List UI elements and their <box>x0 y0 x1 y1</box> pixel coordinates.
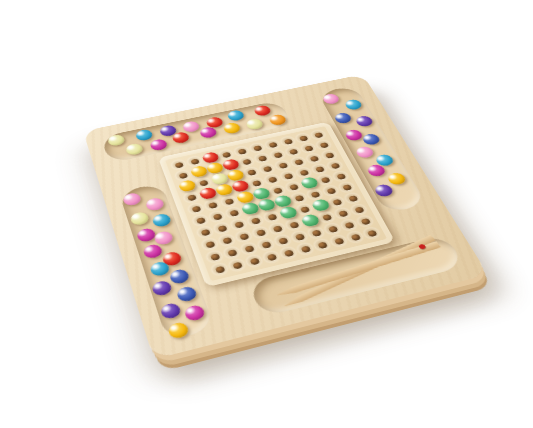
peg-hole <box>299 206 309 213</box>
peg-hole <box>232 261 243 269</box>
peg-hole <box>332 199 342 206</box>
peg-hole <box>252 145 262 151</box>
bead-pink[interactable] <box>182 120 201 133</box>
peg-hole <box>288 184 298 191</box>
bead-yellow[interactable] <box>167 321 190 340</box>
peg-hole <box>178 172 188 179</box>
bead-orange[interactable] <box>268 114 288 127</box>
peg-hole <box>319 142 329 148</box>
bead-magenta[interactable] <box>183 304 206 322</box>
peg-hole <box>207 202 217 209</box>
peg-hole <box>244 245 254 253</box>
peg-hole <box>251 180 261 187</box>
peg-hole <box>221 152 231 158</box>
peg-hole <box>277 237 288 245</box>
peg-hole <box>261 241 272 249</box>
peg-hole <box>200 229 210 236</box>
peg-hole <box>262 166 272 173</box>
peg-hole <box>304 145 314 151</box>
peg-hole <box>246 169 256 176</box>
peg-hole <box>227 249 237 257</box>
peg-hole <box>309 155 319 161</box>
peg-hole <box>283 173 293 180</box>
peg-hole <box>283 249 294 257</box>
peg-hole <box>350 233 361 241</box>
bead-cream[interactable] <box>245 118 265 131</box>
bead-pink[interactable] <box>122 192 142 207</box>
wooden-bead-board <box>83 74 488 359</box>
peg-hole <box>330 162 340 169</box>
bead-purple[interactable] <box>159 302 182 320</box>
bead-cyan[interactable] <box>344 99 364 111</box>
peg-hole <box>198 180 208 187</box>
bead-blue[interactable] <box>333 112 353 125</box>
peg-hole <box>336 173 346 180</box>
bead-pink[interactable] <box>321 93 341 105</box>
peg-hole <box>298 135 308 141</box>
product-photo-background <box>0 0 533 428</box>
peg-hole <box>239 233 249 241</box>
bead-pink[interactable] <box>153 230 174 246</box>
peg-hole <box>209 253 219 261</box>
peg-hole <box>310 191 320 198</box>
bead-magenta[interactable] <box>343 128 364 141</box>
peg-hole <box>317 241 328 249</box>
bead-blue[interactable] <box>168 268 190 285</box>
bead-yellow[interactable] <box>386 171 408 185</box>
peg-hole <box>257 155 267 161</box>
bead-magenta[interactable] <box>149 138 169 151</box>
peg-hole <box>324 152 334 158</box>
bead-red[interactable] <box>253 104 273 117</box>
peg-hole <box>294 233 305 241</box>
bead-magenta[interactable] <box>136 227 157 243</box>
peg-hole <box>217 225 227 232</box>
bead-purple[interactable] <box>151 280 173 298</box>
bead-cyan[interactable] <box>151 213 172 229</box>
bead-blue[interactable] <box>176 286 199 304</box>
bead-cream[interactable] <box>129 211 150 226</box>
bead-cyan[interactable] <box>135 129 154 142</box>
peg-hole <box>268 142 278 148</box>
peg-hole <box>242 159 252 166</box>
peg-hole <box>344 222 355 229</box>
peg-hole <box>342 184 352 191</box>
peg-hole <box>360 218 371 225</box>
peg-hole <box>190 158 199 165</box>
peg-hole <box>212 213 222 220</box>
peg-hole <box>273 152 283 158</box>
bead-magenta[interactable] <box>199 126 219 139</box>
peg-hole <box>327 225 338 232</box>
peg-hole <box>174 162 183 169</box>
peg-hole <box>224 198 234 205</box>
peg-hole <box>205 241 215 249</box>
bead-cream[interactable] <box>125 143 145 157</box>
peg-hole <box>299 169 309 176</box>
peg-hole <box>249 257 260 265</box>
bead-pink[interactable] <box>145 197 166 212</box>
bead-purple[interactable] <box>354 115 374 128</box>
peg-hole <box>214 265 225 273</box>
peg-hole <box>272 187 282 194</box>
peg-hole <box>333 237 344 245</box>
bead-blue[interactable] <box>361 133 382 146</box>
peg-hole <box>237 148 247 154</box>
peg-hole <box>234 221 244 228</box>
bead-magenta[interactable] <box>142 243 164 259</box>
bead-yellow[interactable] <box>222 122 242 135</box>
peg-hole <box>272 225 282 232</box>
peg-hole <box>311 229 322 236</box>
bead-pink[interactable] <box>354 146 375 160</box>
peg-hole <box>300 245 311 253</box>
peg-hole <box>294 195 304 202</box>
peg-hole <box>338 210 348 217</box>
peg-hole <box>313 132 323 138</box>
bead-cream[interactable] <box>107 134 126 147</box>
peg-hole <box>347 195 357 202</box>
peg-hole <box>326 187 336 194</box>
peg-hole <box>283 138 293 144</box>
peg-hole <box>195 217 205 224</box>
peg-hole <box>288 148 298 154</box>
peg-hole <box>289 221 299 228</box>
peg-hole <box>187 194 197 201</box>
peg-hole <box>229 209 239 216</box>
peg-hole <box>191 205 201 212</box>
peg-hole <box>321 214 331 221</box>
peg-hole <box>266 253 277 261</box>
peg-hole <box>366 230 377 237</box>
peg-hole <box>267 213 277 220</box>
peg-hole <box>255 229 265 236</box>
peg-hole <box>293 159 303 166</box>
peg-hole <box>250 217 260 224</box>
peg-hole <box>278 162 288 169</box>
peg-hole <box>314 166 324 173</box>
peg-hole <box>354 206 364 213</box>
peg-hole <box>267 176 277 183</box>
peg-hole <box>222 237 232 245</box>
bead-cyan[interactable] <box>226 109 246 122</box>
bead-purple[interactable] <box>373 183 395 198</box>
peg-hole <box>320 177 330 184</box>
